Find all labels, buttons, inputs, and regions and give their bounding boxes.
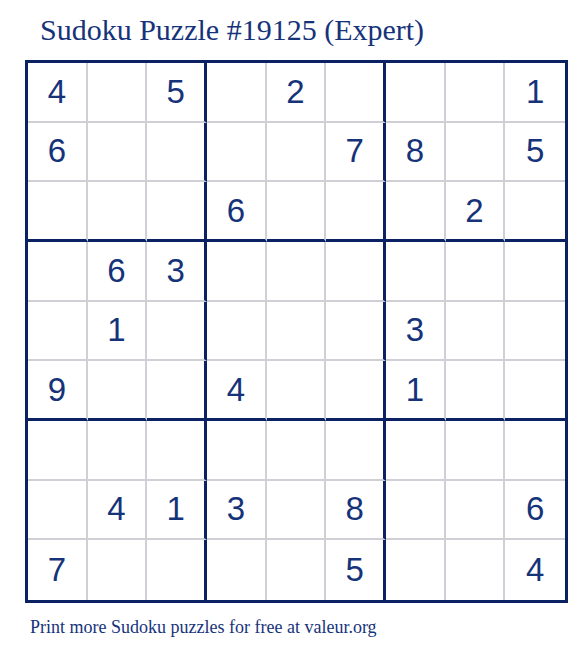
sudoku-cell-r5c2: 1	[88, 302, 148, 362]
sudoku-cell-r5c1	[28, 302, 88, 362]
sudoku-cell-r6c8	[446, 361, 506, 421]
sudoku-cell-r6c9	[505, 361, 565, 421]
sudoku-cell-r9c3	[147, 540, 207, 600]
sudoku-cell-r8c1	[28, 481, 88, 541]
sudoku-cell-r3c3	[147, 182, 207, 242]
sudoku-cell-r1c4	[207, 63, 267, 123]
sudoku-cell-r5c3	[147, 302, 207, 362]
sudoku-cell-r2c8	[446, 123, 506, 183]
page-root: Sudoku Puzzle #19125 (Expert) 4521678562…	[0, 0, 580, 651]
sudoku-cell-r6c2	[88, 361, 148, 421]
sudoku-cell-r7c9	[505, 421, 565, 481]
sudoku-cell-r8c2: 4	[88, 481, 148, 541]
sudoku-cell-r5c4	[207, 302, 267, 362]
sudoku-cell-r6c5	[267, 361, 327, 421]
sudoku-cell-r1c3: 5	[147, 63, 207, 123]
sudoku-cell-r7c1	[28, 421, 88, 481]
sudoku-cell-r6c4: 4	[207, 361, 267, 421]
puzzle-title: Sudoku Puzzle #19125 (Expert)	[40, 13, 424, 47]
sudoku-cell-r3c7	[386, 182, 446, 242]
sudoku-cell-r5c7: 3	[386, 302, 446, 362]
sudoku-cell-r7c3	[147, 421, 207, 481]
sudoku-cell-r5c9	[505, 302, 565, 362]
sudoku-cell-r9c1: 7	[28, 540, 88, 600]
sudoku-cell-r7c4	[207, 421, 267, 481]
sudoku-cell-r5c8	[446, 302, 506, 362]
sudoku-cell-r8c3: 1	[147, 481, 207, 541]
sudoku-cell-r2c6: 7	[326, 123, 386, 183]
sudoku-cell-r7c7	[386, 421, 446, 481]
sudoku-cell-r7c2	[88, 421, 148, 481]
sudoku-cell-r3c8: 2	[446, 182, 506, 242]
sudoku-cell-r1c6	[326, 63, 386, 123]
sudoku-cell-r2c5	[267, 123, 327, 183]
sudoku-cell-r4c8	[446, 242, 506, 302]
sudoku-cell-r3c9	[505, 182, 565, 242]
sudoku-cell-r8c9: 6	[505, 481, 565, 541]
sudoku-cell-r5c6	[326, 302, 386, 362]
sudoku-cell-r2c3	[147, 123, 207, 183]
sudoku-cell-r7c5	[267, 421, 327, 481]
sudoku-cell-r8c4: 3	[207, 481, 267, 541]
sudoku-cell-r8c5	[267, 481, 327, 541]
sudoku-cell-r8c6: 8	[326, 481, 386, 541]
sudoku-cell-r4c7	[386, 242, 446, 302]
sudoku-cell-r9c7	[386, 540, 446, 600]
sudoku-cell-r4c4	[207, 242, 267, 302]
sudoku-cell-r4c5	[267, 242, 327, 302]
footer-text: Print more Sudoku puzzles for free at va…	[30, 615, 377, 639]
sudoku-cell-r9c5	[267, 540, 327, 600]
sudoku-cell-r4c9	[505, 242, 565, 302]
sudoku-cell-r4c2: 6	[88, 242, 148, 302]
sudoku-cell-r3c6	[326, 182, 386, 242]
sudoku-cell-r7c8	[446, 421, 506, 481]
sudoku-cell-r3c4: 6	[207, 182, 267, 242]
sudoku-cell-r3c2	[88, 182, 148, 242]
sudoku-cell-r2c9: 5	[505, 123, 565, 183]
sudoku-cell-r9c2	[88, 540, 148, 600]
sudoku-cell-r9c6: 5	[326, 540, 386, 600]
sudoku-cell-r9c9: 4	[505, 540, 565, 600]
sudoku-cell-r1c9: 1	[505, 63, 565, 123]
sudoku-cell-r1c5: 2	[267, 63, 327, 123]
sudoku-cell-r5c5	[267, 302, 327, 362]
sudoku-cell-r7c6	[326, 421, 386, 481]
sudoku-cell-r1c7	[386, 63, 446, 123]
sudoku-cell-r6c7: 1	[386, 361, 446, 421]
sudoku-cell-r6c3	[147, 361, 207, 421]
sudoku-cell-r1c2	[88, 63, 148, 123]
sudoku-cell-r6c1: 9	[28, 361, 88, 421]
sudoku-cell-r4c3: 3	[147, 242, 207, 302]
sudoku-cell-r8c7	[386, 481, 446, 541]
sudoku-cell-r4c6	[326, 242, 386, 302]
sudoku-cell-r2c7: 8	[386, 123, 446, 183]
sudoku-cell-r1c8	[446, 63, 506, 123]
sudoku-cell-r9c4	[207, 540, 267, 600]
sudoku-grid: 4521678562631394141386754	[25, 60, 568, 603]
sudoku-cell-r8c8	[446, 481, 506, 541]
sudoku-cell-r4c1	[28, 242, 88, 302]
sudoku-cell-r2c1: 6	[28, 123, 88, 183]
sudoku-cell-r6c6	[326, 361, 386, 421]
sudoku-cell-r2c2	[88, 123, 148, 183]
sudoku-cell-r2c4	[207, 123, 267, 183]
sudoku-cell-r1c1: 4	[28, 63, 88, 123]
sudoku-cell-r3c1	[28, 182, 88, 242]
sudoku-cell-r9c8	[446, 540, 506, 600]
sudoku-cell-r3c5	[267, 182, 327, 242]
